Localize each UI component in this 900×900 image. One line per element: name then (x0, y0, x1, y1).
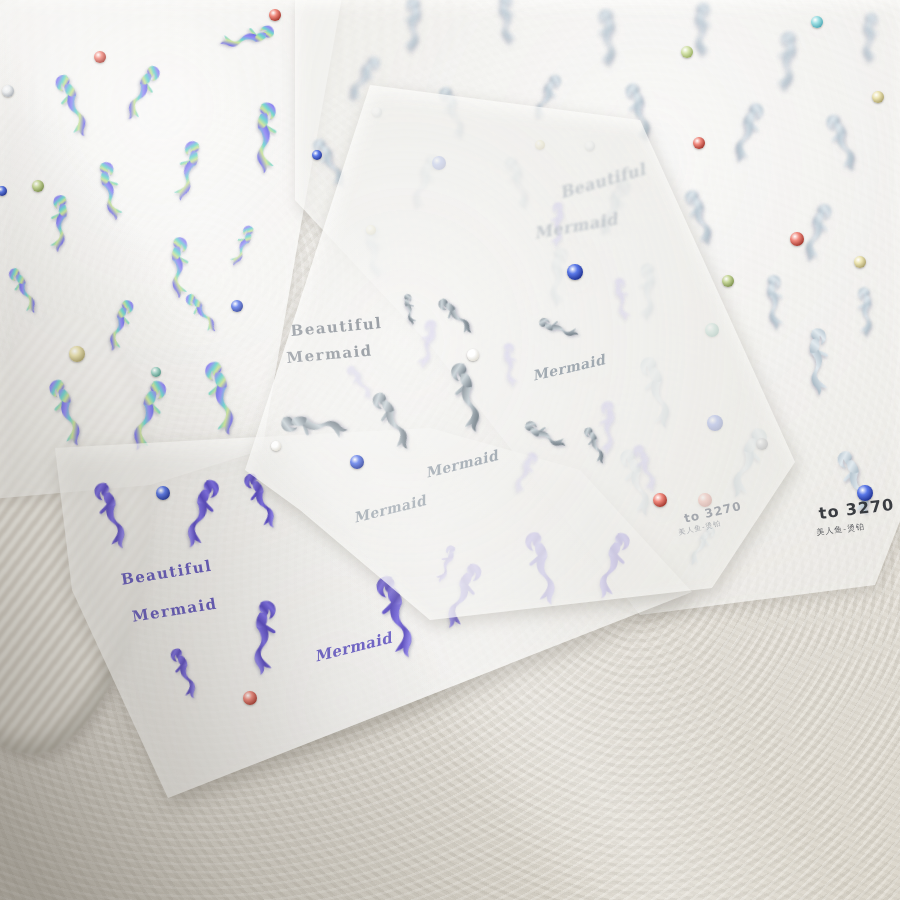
mermaid-sticker (349, 222, 394, 283)
rhinestone-pearl (271, 441, 281, 451)
mermaid-sticker (716, 421, 774, 502)
mermaid-sticker (519, 416, 571, 457)
mermaid-sticker (4, 262, 47, 319)
mermaid-sticker (851, 12, 885, 65)
mermaid-sticker (237, 100, 287, 176)
rhinestone-champagne (535, 140, 545, 150)
mermaid-sticker (621, 80, 662, 143)
label-mermaid-script-2: Mermaid (424, 448, 499, 480)
label-mermaid-script-purple: Mermaid (313, 631, 394, 665)
label-product-code-faint: to 3270 (683, 500, 743, 525)
rhinestone-silver (585, 141, 595, 151)
label-mermaid-script-top: Mermaid (533, 211, 619, 241)
rhinestone-red (693, 137, 705, 149)
ghost-mermaid-sticker (589, 398, 630, 458)
mermaid-sticker (445, 359, 495, 435)
label-product-code-cn-faint: 美人鱼-烫铂 (678, 520, 722, 537)
rhinestone-red (790, 232, 804, 246)
rhinestone-lightgreen (681, 46, 693, 58)
rhinestone-blue (312, 150, 322, 160)
mermaid-sticker (793, 200, 836, 264)
label-mermaid-script-1: Mermaid (531, 352, 607, 382)
mermaid-sticker (524, 69, 566, 125)
rhinestone-red (653, 493, 667, 507)
mermaid-sticker (500, 153, 540, 212)
rhinestone-silver (372, 107, 382, 117)
mermaid-sticker (171, 474, 225, 552)
label-mermaid-silver: Mermaid (286, 343, 373, 365)
mermaid-sticker (39, 192, 84, 256)
product-photo-canvas: to 3270美人鱼-烫铂BeautifulMermaidMermaidBeau… (0, 0, 900, 900)
mermaid-sticker (821, 109, 868, 175)
rhinestone-blue (432, 156, 446, 170)
mermaid-sticker (831, 445, 884, 520)
rhinestone-grey (756, 438, 768, 450)
mermaid-sticker (590, 7, 630, 68)
mermaid-sticker (634, 353, 685, 431)
ghost-mermaid-sticker (489, 340, 526, 390)
mermaid-sticker (588, 174, 637, 241)
label-product-code-cn: 美人鱼-烫铂 (816, 523, 866, 537)
mermaid-sticker (584, 527, 637, 603)
rhinestone-blue (857, 485, 873, 501)
rhinestone-blue (350, 455, 364, 469)
ghost-mermaid-sticker (629, 441, 667, 495)
mermaid-sticker (199, 359, 249, 438)
ghost-mermaid-sticker (343, 359, 381, 405)
label-mermaid-purple: Mermaid (131, 596, 219, 624)
mermaid-sticker (434, 82, 475, 142)
rhinestone-blue (707, 415, 723, 431)
knitted-fabric-left (0, 302, 183, 767)
mermaid-sticker (239, 466, 289, 533)
rhinestone-teal (705, 323, 719, 337)
mermaid-sticker (154, 235, 199, 301)
mermaid-sticker (580, 423, 613, 468)
mermaid-sticker (851, 286, 885, 339)
ghost-mermaid-sticker (542, 200, 578, 251)
mermaid-sticker (432, 556, 489, 634)
rhinestone-blue (156, 486, 170, 500)
mermaid-sticker (680, 185, 724, 248)
mermaid-sticker (681, 1, 720, 59)
label-mermaid-script-3: Mermaid (352, 493, 427, 525)
mermaid-sticker (485, 0, 526, 48)
mermaid-sticker (535, 314, 581, 346)
mermaid-sticker (428, 542, 468, 588)
rhinestone-cyan (811, 16, 823, 28)
mermaid-sticker (615, 444, 666, 519)
mermaid-sticker (81, 158, 135, 226)
mermaid-sticker (722, 98, 769, 165)
rhinestone-red (243, 691, 257, 705)
mermaid-sticker (680, 520, 719, 570)
mermaid-sticker (394, 292, 423, 329)
mermaid-sticker (434, 288, 483, 341)
mermaid-sticker (161, 136, 218, 207)
ghost-mermaid-sticker (504, 447, 541, 497)
mermaid-sticker (235, 599, 285, 678)
rhinestone-blue (567, 264, 583, 280)
ribbed-fabric-top (0, 0, 477, 140)
mermaid-sticker (181, 285, 226, 338)
mermaid-sticker (221, 221, 266, 272)
rhinestone-green (32, 180, 44, 192)
rhinestone-blue (231, 300, 243, 312)
label-beautiful-silver: Beautiful (290, 316, 383, 339)
mermaid-sticker (628, 260, 672, 323)
rhinestone-pearl (467, 349, 479, 361)
rhinestone-champagne (366, 225, 376, 235)
rhinestone-blue (0, 186, 7, 196)
mermaid-sticker (750, 272, 793, 333)
mermaid-sticker (277, 395, 353, 451)
rhinestone-red (698, 493, 712, 507)
label-beautiful-script-top: Beautiful (558, 162, 647, 202)
mermaid-sticker (400, 150, 444, 213)
mermaid-sticker (789, 325, 840, 399)
mermaid-sticker (536, 246, 575, 308)
mermaid-sticker (369, 570, 431, 662)
label-product-code: to 3270 (818, 497, 895, 522)
rhinestone-champagne (854, 256, 866, 268)
rhinestone-teal (151, 367, 161, 377)
rhinestone-champagne (872, 91, 884, 103)
rhinestone-green (722, 275, 734, 287)
mermaid-sticker (519, 528, 571, 608)
mermaid-sticker (308, 131, 356, 193)
ghost-mermaid-sticker (601, 275, 639, 325)
mermaid-sticker (366, 383, 423, 456)
mermaid-sticker (766, 29, 815, 96)
mermaid-sticker (166, 643, 208, 702)
ghost-mermaid-sticker (408, 316, 453, 373)
